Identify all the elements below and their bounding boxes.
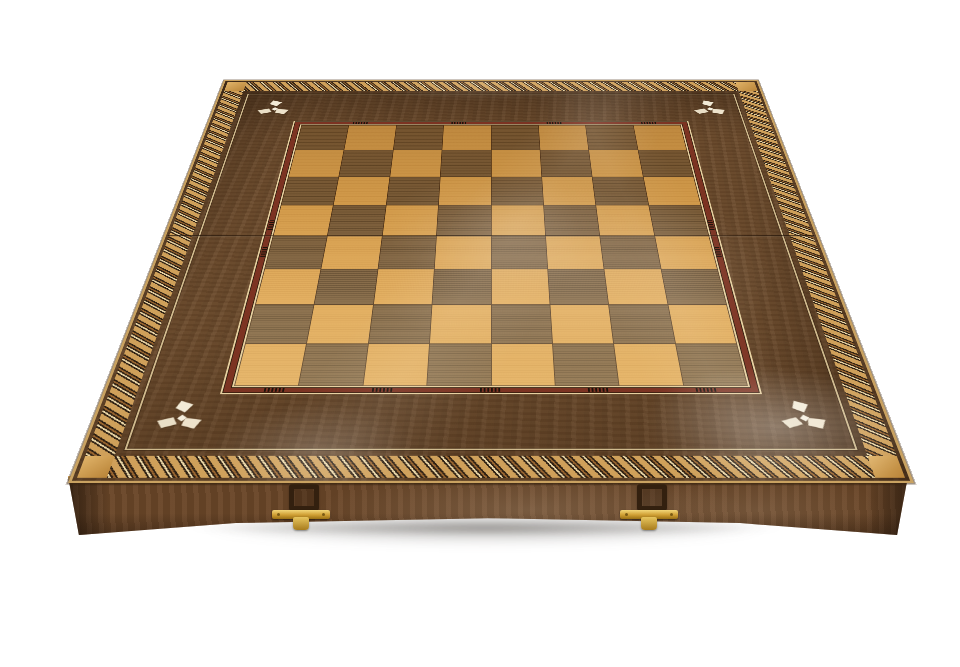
square <box>386 177 440 205</box>
comb-inlay <box>546 122 561 124</box>
square <box>668 305 736 343</box>
square <box>274 205 334 235</box>
square <box>539 125 589 149</box>
square <box>315 269 378 304</box>
star-inlay-bottom-left <box>146 399 212 438</box>
square <box>491 125 539 149</box>
latch-keeper-loop-icon <box>637 484 667 511</box>
square <box>548 269 608 304</box>
rope-border-bottom <box>77 456 905 478</box>
square <box>433 269 491 304</box>
square <box>307 305 372 343</box>
square <box>442 125 490 149</box>
mother-of-pearl-star-icon <box>687 99 731 118</box>
comb-inlay <box>641 122 656 124</box>
brass-latch-left <box>272 482 330 532</box>
square <box>600 236 660 269</box>
square <box>491 177 543 205</box>
square <box>614 344 683 386</box>
square <box>296 125 349 149</box>
square <box>441 150 491 176</box>
mother-of-pearl-star-icon <box>146 399 212 438</box>
square <box>378 236 436 269</box>
square <box>586 125 637 149</box>
square <box>544 205 600 235</box>
square <box>339 150 392 176</box>
mother-of-pearl-star-icon <box>251 99 295 118</box>
rope-border-corner <box>224 82 246 91</box>
square <box>609 305 674 343</box>
latch-clasp <box>641 517 657 530</box>
square <box>430 305 491 343</box>
square <box>235 344 306 386</box>
square <box>676 344 747 386</box>
square <box>246 305 314 343</box>
square <box>605 269 668 304</box>
square <box>382 205 438 235</box>
square <box>540 150 592 176</box>
square <box>322 236 382 269</box>
square <box>546 236 604 269</box>
comb-inlay <box>372 388 393 392</box>
square <box>437 205 491 235</box>
square <box>427 344 490 386</box>
square <box>491 236 547 269</box>
square <box>589 150 642 176</box>
square <box>638 150 693 176</box>
square <box>491 269 549 304</box>
comb-inlay <box>588 388 609 392</box>
product-photo-canvas <box>0 0 960 667</box>
square <box>299 344 368 386</box>
rope-border-top <box>224 82 758 91</box>
square <box>542 177 596 205</box>
square <box>363 344 429 386</box>
comb-inlay <box>696 388 717 392</box>
rope-border-corner <box>867 456 905 478</box>
playing-field <box>220 121 762 395</box>
square <box>256 269 321 304</box>
square <box>289 150 344 176</box>
square <box>491 344 554 386</box>
comb-inlay <box>480 388 500 392</box>
comb-inlay <box>451 122 466 124</box>
square <box>439 177 491 205</box>
square <box>390 150 442 176</box>
square <box>596 205 654 235</box>
latch-keeper-loop-icon <box>289 484 319 511</box>
star-inlay-top-right <box>687 99 731 118</box>
square <box>393 125 443 149</box>
comb-inlay <box>264 388 285 392</box>
brass-latch-right <box>620 482 678 532</box>
latch-clasp <box>293 517 309 530</box>
checkerboard <box>234 125 748 386</box>
square <box>281 177 338 205</box>
comb-inlay <box>352 122 367 124</box>
square <box>643 177 700 205</box>
star-inlay-top-left <box>251 99 295 118</box>
square <box>435 236 491 269</box>
square <box>491 150 541 176</box>
square <box>491 305 552 343</box>
square <box>661 269 726 304</box>
square <box>491 205 545 235</box>
rope-border-corner <box>735 82 757 91</box>
square <box>553 344 619 386</box>
square <box>655 236 717 269</box>
square <box>334 177 389 205</box>
square <box>649 205 709 235</box>
square <box>369 305 432 343</box>
square <box>345 125 396 149</box>
hinge-seam <box>167 235 814 236</box>
square <box>328 205 386 235</box>
square <box>593 177 648 205</box>
square <box>633 125 686 149</box>
board-top-face <box>68 80 914 483</box>
square <box>265 236 327 269</box>
square <box>550 305 613 343</box>
square <box>374 269 434 304</box>
